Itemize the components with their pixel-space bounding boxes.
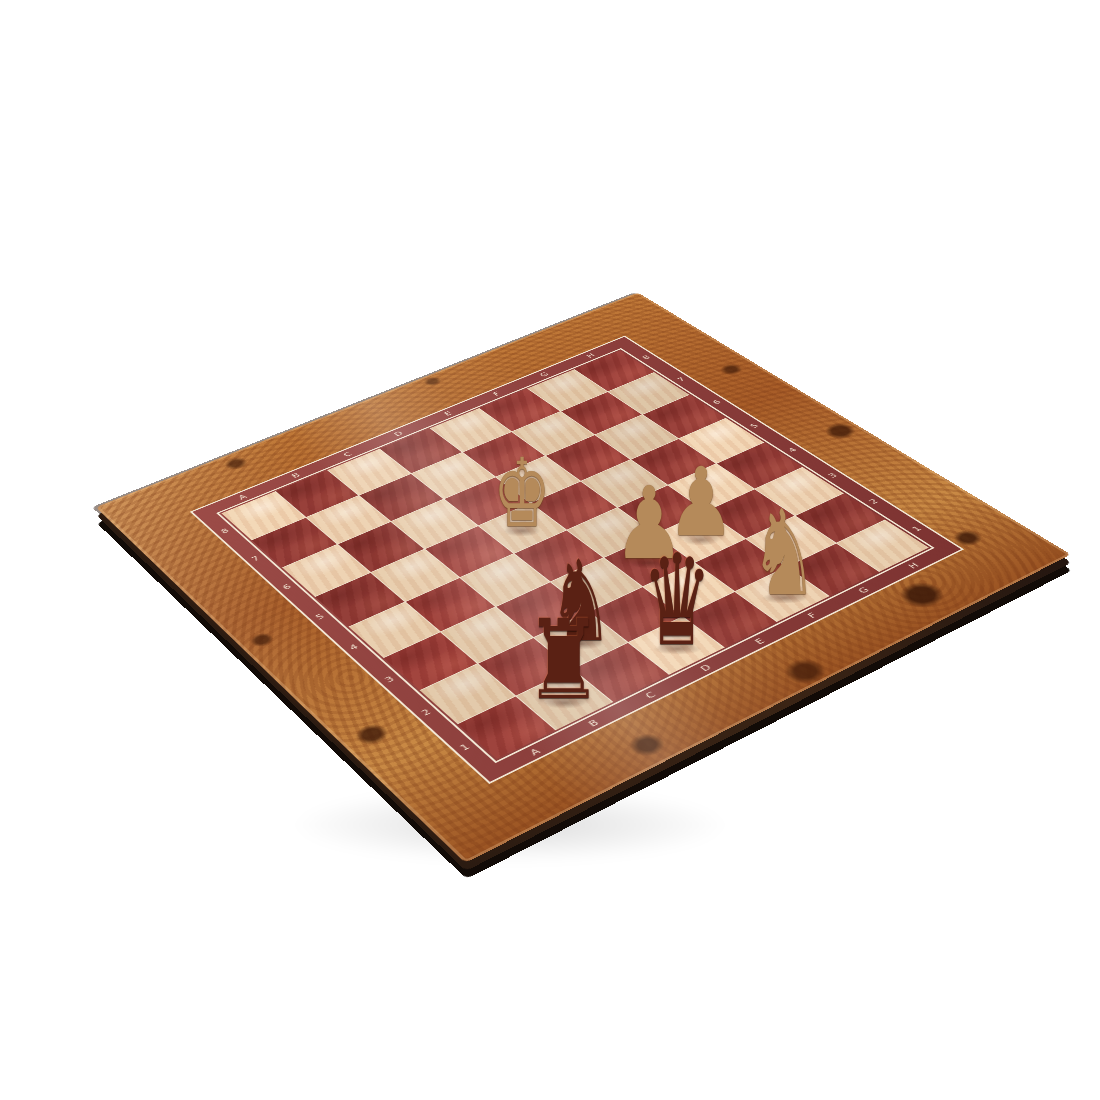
product-photo-scene: ABCDEFGH ABCDEFGH 87654321 87654321 ♚♟♟♞… xyxy=(0,0,1100,1100)
piece-black-rook-b1[interactable]: ♜ xyxy=(525,605,604,715)
piece-white-king-d5[interactable]: ♚ xyxy=(493,446,551,541)
piece-black-queen-d1[interactable]: ♛ xyxy=(642,538,712,664)
piece-white-knight-f1[interactable]: ♞ xyxy=(750,494,818,612)
